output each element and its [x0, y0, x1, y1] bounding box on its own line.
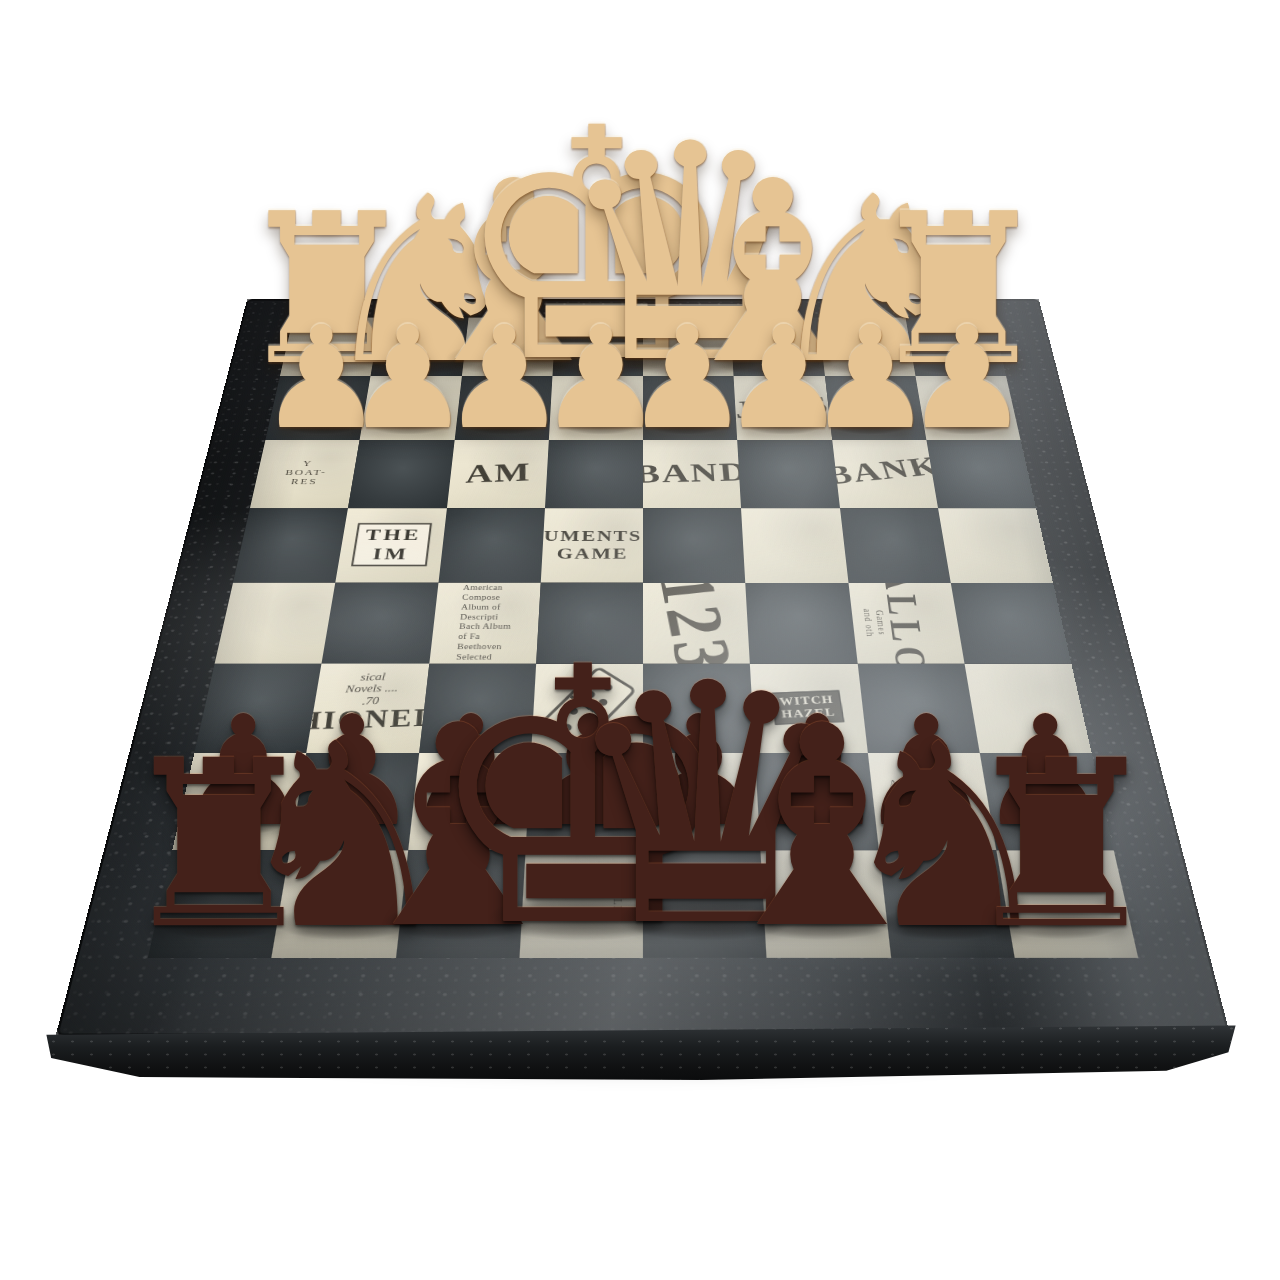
pieces-layer: ♜♞♝♚♛♝♞♜♟♟♟♟♟♟♟♟♟♟♟♟♟♟♟♟♜♞♝♚♛♝♞♜	[0, 0, 1280, 1280]
white-pawn[interactable]: ♟	[896, 302, 1037, 433]
black-rook[interactable]: ♜	[946, 722, 1177, 936]
product-photo: THE IMPROJERSRY BOAT-RESAMBANDBANKTHE IM…	[0, 0, 1280, 1280]
white-pawn-glyph: ♟	[904, 323, 1030, 433]
black-rook-glyph: ♜	[958, 756, 1165, 936]
